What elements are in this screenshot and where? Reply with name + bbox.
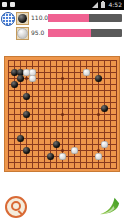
go-board[interactable] [4, 56, 120, 172]
stone-white [59, 153, 66, 160]
signal-icon [92, 2, 98, 8]
progress-fill-black [48, 14, 89, 22]
progress-fill-white [48, 29, 91, 37]
black-stone-icon [18, 14, 27, 23]
stone-black [23, 93, 30, 100]
stone-black [23, 111, 30, 118]
stone-white [95, 153, 102, 160]
stone-black [11, 81, 18, 88]
status-clock: 4:52 [109, 2, 122, 8]
stone-white [83, 69, 90, 76]
stone-black [95, 75, 102, 82]
status-bar: 4:52 [0, 0, 124, 10]
stone-black [23, 147, 30, 154]
hoshi-point [61, 113, 64, 116]
progress-bar-white [48, 29, 122, 37]
white-stone-icon [17, 28, 28, 39]
go-board-grid[interactable] [8, 60, 117, 169]
score-black: 110.0 [31, 14, 48, 22]
stone-black [17, 75, 24, 82]
turn-indicator-slot-empty [1, 27, 15, 40]
notification-icon [10, 2, 15, 7]
magnifier-handle [18, 210, 23, 215]
stone-black [17, 135, 24, 142]
hoshi-point [61, 149, 64, 152]
stone-white [71, 147, 78, 154]
turn-indicator-icon [1, 12, 15, 26]
player-row-white: 95.0 [1, 26, 123, 40]
green-leaf-arrow-icon[interactable] [99, 196, 121, 216]
magnifier-glass [11, 201, 21, 211]
battery-icon [101, 2, 105, 8]
stone-black [47, 153, 54, 160]
stone-white [29, 75, 36, 82]
avatar-white-player [16, 27, 29, 40]
progress-bar-black [48, 14, 122, 22]
player-panel: 110.0 95.0 [1, 11, 123, 41]
turn-indicator-slot [1, 12, 15, 25]
hoshi-point [97, 149, 100, 152]
hoshi-point [25, 77, 28, 80]
stone-white [101, 141, 108, 148]
hoshi-point [61, 77, 64, 80]
magnifier-badge-icon[interactable] [5, 196, 27, 218]
notification-icon [2, 2, 7, 7]
score-white: 95.0 [31, 29, 48, 37]
avatar-black-player [16, 12, 29, 25]
stone-black [101, 105, 108, 112]
hoshi-point [97, 113, 100, 116]
stone-black [53, 141, 60, 148]
player-row-black: 110.0 [1, 11, 123, 25]
